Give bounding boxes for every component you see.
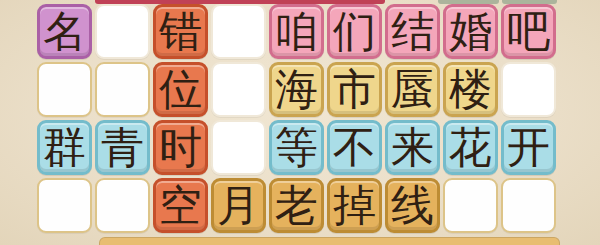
empty-slot-r4c9[interactable] [501, 178, 556, 233]
empty-slot-r4c1[interactable] [37, 178, 92, 233]
char-tile-r4c5[interactable]: 老 [269, 178, 324, 233]
char-tile-r2c3[interactable]: 位 [153, 62, 208, 117]
char-tile-r3c2[interactable]: 青 [95, 120, 150, 175]
empty-slot-r2c2[interactable] [95, 62, 150, 117]
char-tile-r1c3[interactable]: 错 [153, 4, 208, 59]
char-tile-r1c8[interactable]: 婚 [443, 4, 498, 59]
char-tile-r4c4[interactable]: 月 [211, 178, 266, 233]
empty-slot-r4c8[interactable] [443, 178, 498, 233]
empty-slot-r3c4[interactable] [211, 120, 266, 175]
char-tile-r4c6[interactable]: 掉 [327, 178, 382, 233]
puzzle-board: 名错咱们结婚吧位海市蜃楼群青时等不来花开空月老掉线 [37, 4, 556, 233]
char-tile-r1c5[interactable]: 咱 [269, 4, 324, 59]
char-tile-r1c1[interactable]: 名 [37, 4, 92, 59]
tile-tray-edge [99, 237, 560, 245]
char-tile-r3c8[interactable]: 花 [443, 120, 498, 175]
empty-slot-r4c2[interactable] [95, 178, 150, 233]
empty-slot-r2c1[interactable] [37, 62, 92, 117]
char-tile-r3c6[interactable]: 不 [327, 120, 382, 175]
empty-slot-r2c4[interactable] [211, 62, 266, 117]
char-tile-r3c5[interactable]: 等 [269, 120, 324, 175]
char-tile-r4c3[interactable]: 空 [153, 178, 208, 233]
char-tile-r3c9[interactable]: 开 [501, 120, 556, 175]
char-tile-r1c7[interactable]: 结 [385, 4, 440, 59]
char-tile-r3c3[interactable]: 时 [153, 120, 208, 175]
char-tile-r2c5[interactable]: 海 [269, 62, 324, 117]
empty-slot-r1c4[interactable] [211, 4, 266, 59]
char-tile-r3c1[interactable]: 群 [37, 120, 92, 175]
empty-slot-r1c2[interactable] [95, 4, 150, 59]
char-tile-r1c9[interactable]: 吧 [501, 4, 556, 59]
empty-slot-r2c9[interactable] [501, 62, 556, 117]
char-tile-r4c7[interactable]: 线 [385, 178, 440, 233]
game-screen: 名错咱们结婚吧位海市蜃楼群青时等不来花开空月老掉线 [0, 0, 600, 245]
char-tile-r1c6[interactable]: 们 [327, 4, 382, 59]
char-tile-r2c7[interactable]: 蜃 [385, 62, 440, 117]
char-tile-r2c8[interactable]: 楼 [443, 62, 498, 117]
char-tile-r3c7[interactable]: 来 [385, 120, 440, 175]
char-tile-r2c6[interactable]: 市 [327, 62, 382, 117]
